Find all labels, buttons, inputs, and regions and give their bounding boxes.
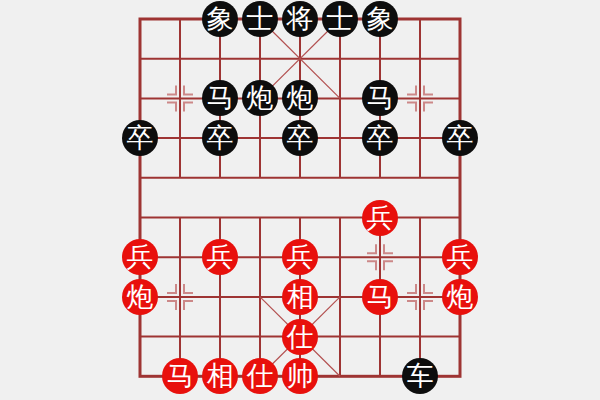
piece-red-soldier[interactable]: 兵 xyxy=(122,239,158,275)
piece-black-soldier[interactable]: 卒 xyxy=(282,120,318,156)
piece-black-chariot[interactable]: 车 xyxy=(402,358,438,394)
piece-black-advisor[interactable]: 士 xyxy=(322,1,358,37)
pieces-layer: 象士将士象马炮炮马卒卒卒卒卒车兵兵兵兵兵炮相马炮仕马相仕帅 xyxy=(0,0,600,400)
piece-red-cannon[interactable]: 炮 xyxy=(442,279,478,315)
piece-red-horse[interactable]: 马 xyxy=(362,279,398,315)
piece-black-soldier[interactable]: 卒 xyxy=(442,120,478,156)
piece-red-soldier[interactable]: 兵 xyxy=(282,239,318,275)
piece-black-elephant[interactable]: 象 xyxy=(362,1,398,37)
piece-black-general[interactable]: 将 xyxy=(282,1,318,37)
piece-red-elephant[interactable]: 相 xyxy=(282,279,318,315)
piece-black-soldier[interactable]: 卒 xyxy=(362,120,398,156)
piece-red-elephant[interactable]: 相 xyxy=(202,358,238,394)
piece-red-general[interactable]: 帅 xyxy=(282,358,318,394)
piece-red-cannon[interactable]: 炮 xyxy=(122,279,158,315)
xiangqi-board: 象士将士象马炮炮马卒卒卒卒卒车兵兵兵兵兵炮相马炮仕马相仕帅 xyxy=(0,0,600,400)
piece-red-advisor[interactable]: 仕 xyxy=(282,319,318,355)
piece-red-soldier[interactable]: 兵 xyxy=(442,239,478,275)
piece-black-elephant[interactable]: 象 xyxy=(202,1,238,37)
piece-red-soldier[interactable]: 兵 xyxy=(202,239,238,275)
piece-black-horse[interactable]: 马 xyxy=(362,80,398,116)
piece-black-soldier[interactable]: 卒 xyxy=(122,120,158,156)
piece-black-horse[interactable]: 马 xyxy=(202,80,238,116)
piece-black-cannon[interactable]: 炮 xyxy=(242,80,278,116)
piece-red-soldier[interactable]: 兵 xyxy=(362,200,398,236)
piece-red-horse[interactable]: 马 xyxy=(162,358,198,394)
piece-black-advisor[interactable]: 士 xyxy=(242,1,278,37)
piece-black-soldier[interactable]: 卒 xyxy=(202,120,238,156)
piece-black-cannon[interactable]: 炮 xyxy=(282,80,318,116)
piece-red-advisor[interactable]: 仕 xyxy=(242,358,278,394)
